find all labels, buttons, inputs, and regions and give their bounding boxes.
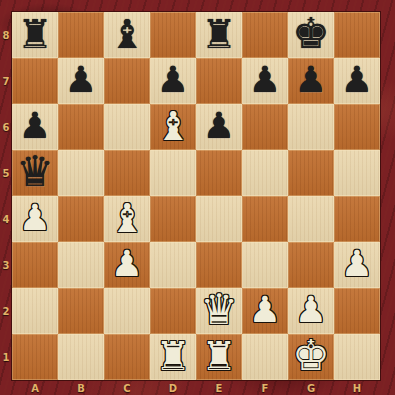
square-c7[interactable] bbox=[104, 58, 150, 104]
piece-black-rook[interactable]: ♜ bbox=[12, 11, 58, 57]
piece-white-bishop[interactable]: ♝ bbox=[104, 195, 150, 241]
square-b4[interactable] bbox=[58, 196, 104, 242]
square-e3[interactable] bbox=[196, 242, 242, 288]
square-f2[interactable]: ♟ bbox=[242, 288, 288, 334]
piece-black-bishop[interactable]: ♝ bbox=[104, 11, 150, 57]
file-label-f: F bbox=[242, 381, 288, 395]
piece-black-pawn[interactable]: ♟ bbox=[12, 103, 58, 149]
square-b2[interactable] bbox=[58, 288, 104, 334]
square-b1[interactable] bbox=[58, 334, 104, 380]
square-h1[interactable] bbox=[334, 334, 380, 380]
piece-white-rook[interactable]: ♜ bbox=[196, 333, 242, 379]
square-c1[interactable] bbox=[104, 334, 150, 380]
file-label-a: A bbox=[12, 381, 58, 395]
square-b7[interactable]: ♟ bbox=[58, 58, 104, 104]
square-e6[interactable]: ♟ bbox=[196, 104, 242, 150]
rank-label-7: 7 bbox=[0, 58, 12, 104]
square-h2[interactable] bbox=[334, 288, 380, 334]
square-f5[interactable] bbox=[242, 150, 288, 196]
piece-black-pawn[interactable]: ♟ bbox=[196, 103, 242, 149]
square-b8[interactable] bbox=[58, 12, 104, 58]
square-f8[interactable] bbox=[242, 12, 288, 58]
file-label-h: H bbox=[334, 381, 380, 395]
piece-white-pawn[interactable]: ♟ bbox=[288, 287, 334, 333]
rank-label-3: 3 bbox=[0, 242, 12, 288]
piece-black-king[interactable]: ♚ bbox=[288, 11, 334, 57]
square-a3[interactable] bbox=[12, 242, 58, 288]
square-a8[interactable]: ♜ bbox=[12, 12, 58, 58]
file-label-d: D bbox=[150, 381, 196, 395]
square-f4[interactable] bbox=[242, 196, 288, 242]
rank-label-8: 8 bbox=[0, 12, 12, 58]
piece-white-pawn[interactable]: ♟ bbox=[242, 287, 288, 333]
piece-black-pawn[interactable]: ♟ bbox=[242, 57, 288, 103]
square-g1[interactable]: ♚ bbox=[288, 334, 334, 380]
piece-black-rook[interactable]: ♜ bbox=[196, 11, 242, 57]
piece-white-pawn[interactable]: ♟ bbox=[12, 195, 58, 241]
piece-white-queen[interactable]: ♛ bbox=[196, 287, 242, 333]
square-h4[interactable] bbox=[334, 196, 380, 242]
square-b3[interactable] bbox=[58, 242, 104, 288]
square-b5[interactable] bbox=[58, 150, 104, 196]
square-c5[interactable] bbox=[104, 150, 150, 196]
square-e7[interactable] bbox=[196, 58, 242, 104]
square-h7[interactable]: ♟ bbox=[334, 58, 380, 104]
square-c8[interactable]: ♝ bbox=[104, 12, 150, 58]
square-f1[interactable] bbox=[242, 334, 288, 380]
file-label-b: B bbox=[58, 381, 104, 395]
square-d8[interactable] bbox=[150, 12, 196, 58]
square-c4[interactable]: ♝ bbox=[104, 196, 150, 242]
square-f6[interactable] bbox=[242, 104, 288, 150]
square-a6[interactable]: ♟ bbox=[12, 104, 58, 150]
square-e8[interactable]: ♜ bbox=[196, 12, 242, 58]
piece-black-pawn[interactable]: ♟ bbox=[334, 57, 380, 103]
rank-label-2: 2 bbox=[0, 288, 12, 334]
square-e5[interactable] bbox=[196, 150, 242, 196]
square-f7[interactable]: ♟ bbox=[242, 58, 288, 104]
piece-white-king[interactable]: ♚ bbox=[288, 333, 334, 379]
square-h5[interactable] bbox=[334, 150, 380, 196]
square-g2[interactable]: ♟ bbox=[288, 288, 334, 334]
piece-white-pawn[interactable]: ♟ bbox=[104, 241, 150, 287]
square-c2[interactable] bbox=[104, 288, 150, 334]
square-c3[interactable]: ♟ bbox=[104, 242, 150, 288]
square-g7[interactable]: ♟ bbox=[288, 58, 334, 104]
square-b6[interactable] bbox=[58, 104, 104, 150]
square-d3[interactable] bbox=[150, 242, 196, 288]
piece-white-bishop[interactable]: ♝ bbox=[150, 103, 196, 149]
square-f3[interactable] bbox=[242, 242, 288, 288]
square-e1[interactable]: ♜ bbox=[196, 334, 242, 380]
square-d1[interactable]: ♜ bbox=[150, 334, 196, 380]
piece-black-pawn[interactable]: ♟ bbox=[150, 57, 196, 103]
square-h8[interactable] bbox=[334, 12, 380, 58]
square-d2[interactable] bbox=[150, 288, 196, 334]
piece-white-pawn[interactable]: ♟ bbox=[334, 241, 380, 287]
piece-black-queen[interactable]: ♛ bbox=[12, 149, 58, 195]
file-label-e: E bbox=[196, 381, 242, 395]
chess-app-window: ♜♝♜♚♟♟♟♟♟♟♝♟♛♟♝♟♟♛♟♟♜♜♚ 87654321 ABCDEFG… bbox=[0, 0, 395, 395]
chess-board: ♜♝♜♚♟♟♟♟♟♟♝♟♛♟♝♟♟♛♟♟♜♜♚ bbox=[12, 12, 380, 380]
square-d5[interactable] bbox=[150, 150, 196, 196]
piece-black-pawn[interactable]: ♟ bbox=[58, 57, 104, 103]
square-g8[interactable]: ♚ bbox=[288, 12, 334, 58]
rank-label-5: 5 bbox=[0, 150, 12, 196]
square-h3[interactable]: ♟ bbox=[334, 242, 380, 288]
square-g3[interactable] bbox=[288, 242, 334, 288]
square-e4[interactable] bbox=[196, 196, 242, 242]
square-a4[interactable]: ♟ bbox=[12, 196, 58, 242]
square-g4[interactable] bbox=[288, 196, 334, 242]
rank-label-1: 1 bbox=[0, 334, 12, 380]
square-a5[interactable]: ♛ bbox=[12, 150, 58, 196]
rank-label-4: 4 bbox=[0, 196, 12, 242]
square-e2[interactable]: ♛ bbox=[196, 288, 242, 334]
square-g6[interactable] bbox=[288, 104, 334, 150]
square-d7[interactable]: ♟ bbox=[150, 58, 196, 104]
file-label-c: C bbox=[104, 381, 150, 395]
square-g5[interactable] bbox=[288, 150, 334, 196]
square-a7[interactable] bbox=[12, 58, 58, 104]
file-label-g: G bbox=[288, 381, 334, 395]
rank-label-6: 6 bbox=[0, 104, 12, 150]
piece-black-pawn[interactable]: ♟ bbox=[288, 57, 334, 103]
square-c6[interactable] bbox=[104, 104, 150, 150]
square-d4[interactable] bbox=[150, 196, 196, 242]
square-a2[interactable] bbox=[12, 288, 58, 334]
square-d6[interactable]: ♝ bbox=[150, 104, 196, 150]
square-h6[interactable] bbox=[334, 104, 380, 150]
piece-white-rook[interactable]: ♜ bbox=[150, 333, 196, 379]
square-a1[interactable] bbox=[12, 334, 58, 380]
